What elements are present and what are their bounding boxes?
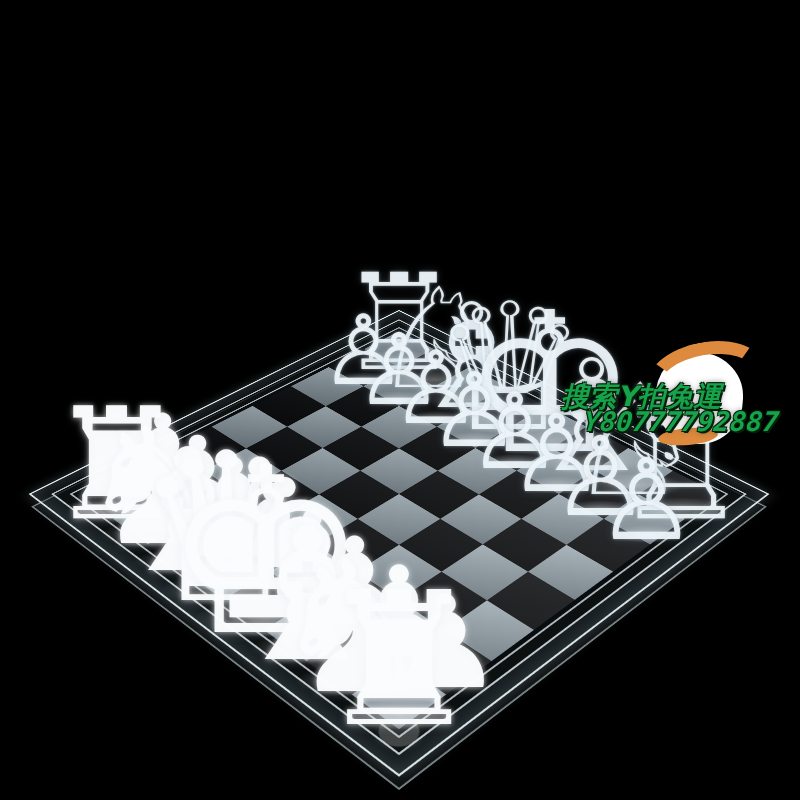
board-square-b1 [113, 494, 195, 544]
board-square-f5 [440, 494, 522, 544]
board-square-f1 [264, 600, 354, 661]
board-square-f2 [311, 571, 399, 629]
checker-grid [79, 331, 718, 729]
board-square-d1 [185, 544, 271, 599]
board-square-g1 [306, 630, 399, 695]
board-square-h3 [444, 600, 534, 661]
board-square-e4 [358, 494, 440, 544]
board-square-g2 [354, 600, 444, 661]
board-square-h6 [566, 519, 650, 572]
board-square-g5 [483, 519, 567, 572]
board-square-f3 [356, 544, 442, 599]
board-square-h1 [351, 661, 446, 729]
board-square-h2 [399, 630, 492, 695]
board-square-e1 [223, 571, 311, 629]
board-square-h5 [528, 544, 614, 599]
board-square-h7 [603, 494, 685, 544]
board-square-c2 [195, 494, 277, 544]
board-square-g6 [522, 494, 604, 544]
board-square-c1 [148, 519, 232, 572]
watermark-logo-egg [655, 352, 743, 444]
board-square-d3 [276, 494, 358, 544]
board-square-d2 [232, 519, 316, 572]
board-square-f4 [399, 519, 483, 572]
board-square-e3 [315, 519, 399, 572]
watermark-logo-arc-icon [641, 332, 774, 426]
board-square-g4 [442, 544, 528, 599]
product-photo-stage: ♜♞♝♛♚♝♞♜♟♟♟♟♟♟♟♟♖♘♗♕♔♗♘♖♙♙♙♙♙♙♙♙ 搜索Y拍兔運 … [0, 0, 800, 800]
board-square-g3 [399, 571, 487, 629]
glass-board-top-surface [28, 310, 769, 777]
chess-board [28, 310, 769, 777]
board-square-h4 [487, 571, 575, 629]
board-square-e2 [270, 544, 356, 599]
